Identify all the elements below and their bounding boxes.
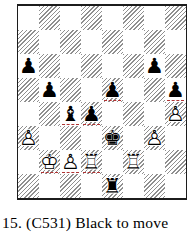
- piece-outline-layer: ♙: [165, 102, 186, 126]
- white-rook-d2: ♜♖: [81, 150, 102, 174]
- square-a7: [18, 30, 39, 54]
- square-h2: [165, 150, 186, 174]
- square-f7: [123, 30, 144, 54]
- piece-outline-layer: ♙: [60, 150, 81, 174]
- square-g1: [144, 174, 165, 198]
- square-e7: [102, 30, 123, 54]
- black-pawn-h5: ♟: [165, 78, 186, 102]
- square-f1: [123, 174, 144, 198]
- baseline-mark-c4: [62, 124, 79, 125]
- black-pawn-g6: ♟: [144, 54, 165, 78]
- square-d5: [81, 78, 102, 102]
- square-e5: ♟: [102, 78, 123, 102]
- square-f8: [123, 6, 144, 30]
- square-c7: [60, 30, 81, 54]
- baseline-mark-c2: [62, 172, 79, 173]
- square-g8: [144, 6, 165, 30]
- piece-outline-layer: ♖: [123, 150, 144, 174]
- black-rook-e1: ♜: [102, 174, 123, 198]
- white-king-b2: ♚♔: [39, 150, 60, 174]
- white-pawn-c2: ♟♙: [60, 150, 81, 174]
- chess-board: ♟♟♟♟♟♝♟♟♙♟♙♚♟♙♚♔♟♙♜♖♜♖♜: [18, 6, 186, 198]
- square-h4: ♟♙: [165, 102, 186, 126]
- square-d3: [81, 126, 102, 150]
- square-a5: [18, 78, 39, 102]
- square-d8: [81, 6, 102, 30]
- square-b8: [39, 6, 60, 30]
- square-a6: ♟: [18, 54, 39, 78]
- diagram-caption: 15. (C531) Black to move: [2, 214, 168, 232]
- square-f5: [123, 78, 144, 102]
- square-e8: [102, 6, 123, 30]
- square-g5: [144, 78, 165, 102]
- black-pawn-a6: ♟: [18, 54, 39, 78]
- square-d2: ♜♖: [81, 150, 102, 174]
- square-d7: [81, 30, 102, 54]
- square-d6: [81, 54, 102, 78]
- square-b5: ♟: [39, 78, 60, 102]
- piece-outline-layer: ♙: [18, 126, 39, 150]
- square-g4: [144, 102, 165, 126]
- white-pawn-h4: ♟♙: [165, 102, 186, 126]
- square-d1: [81, 174, 102, 198]
- piece-outline-layer: ♔: [39, 150, 60, 174]
- square-e4: [102, 102, 123, 126]
- square-f6: [123, 54, 144, 78]
- square-a4: [18, 102, 39, 126]
- square-f4: [123, 102, 144, 126]
- square-c6: [60, 54, 81, 78]
- square-h7: [165, 30, 186, 54]
- square-b3: [39, 126, 60, 150]
- baseline-mark-b2: [41, 172, 58, 173]
- black-pawn-e5: ♟: [102, 78, 123, 102]
- square-b6: [39, 54, 60, 78]
- baseline-mark-d4: [83, 124, 100, 125]
- square-f3: [123, 126, 144, 150]
- square-h3: [165, 126, 186, 150]
- square-g3: ♟♙: [144, 126, 165, 150]
- square-f2: ♜♖: [123, 150, 144, 174]
- square-c3: [60, 126, 81, 150]
- square-a3: ♟♙: [18, 126, 39, 150]
- square-c8: [60, 6, 81, 30]
- baseline-mark-d2: [83, 172, 100, 173]
- baseline-mark-e5: [104, 100, 121, 101]
- black-king-e3: ♚: [102, 126, 123, 150]
- square-a1: [18, 174, 39, 198]
- square-e3: ♚: [102, 126, 123, 150]
- square-c5: [60, 78, 81, 102]
- square-g6: ♟: [144, 54, 165, 78]
- square-a8: [18, 6, 39, 30]
- square-b7: [39, 30, 60, 54]
- square-c2: ♟♙: [60, 150, 81, 174]
- square-b2: ♚♔: [39, 150, 60, 174]
- white-rook-f2: ♜♖: [123, 150, 144, 174]
- square-b1: [39, 174, 60, 198]
- black-pawn-d4: ♟: [81, 102, 102, 126]
- square-e1: ♜: [102, 174, 123, 198]
- piece-outline-layer: ♙: [144, 126, 165, 150]
- black-pawn-b5: ♟: [39, 78, 60, 102]
- baseline-mark-h5: [167, 100, 184, 101]
- square-d4: ♟: [81, 102, 102, 126]
- square-h8: [165, 6, 186, 30]
- square-b4: [39, 102, 60, 126]
- square-g2: [144, 150, 165, 174]
- black-bishop-c4: ♝: [60, 102, 81, 126]
- square-h6: [165, 54, 186, 78]
- white-pawn-g3: ♟♙: [144, 126, 165, 150]
- square-h1: [165, 174, 186, 198]
- square-a2: [18, 150, 39, 174]
- square-c1: [60, 174, 81, 198]
- square-e2: [102, 150, 123, 174]
- square-c4: ♝: [60, 102, 81, 126]
- white-pawn-a3: ♟♙: [18, 126, 39, 150]
- board-frame: ♟♟♟♟♟♝♟♟♙♟♙♚♟♙♚♔♟♙♜♖♜♖♜: [17, 4, 187, 200]
- piece-outline-layer: ♖: [81, 150, 102, 174]
- square-g7: [144, 30, 165, 54]
- square-h5: ♟: [165, 78, 186, 102]
- square-e6: [102, 54, 123, 78]
